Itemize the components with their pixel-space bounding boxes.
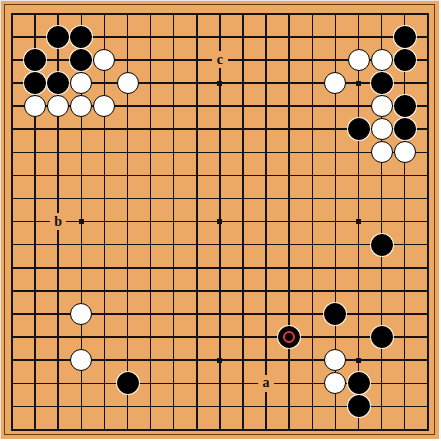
star-point: [79, 219, 84, 224]
black-stone: [24, 49, 46, 71]
black-stone: [47, 26, 69, 48]
white-stone: [24, 95, 46, 117]
white-stone: [324, 349, 346, 371]
white-stone: [47, 95, 69, 117]
white-stone: [371, 95, 393, 117]
black-stone: [371, 72, 393, 94]
white-stone: [70, 349, 92, 371]
star-point: [217, 219, 222, 224]
black-stone: [394, 95, 416, 117]
star-point: [356, 219, 361, 224]
white-stone: [93, 49, 115, 71]
white-stone: [70, 72, 92, 94]
black-stone: [47, 72, 69, 94]
black-stone: [348, 395, 370, 417]
black-stone: [324, 303, 346, 325]
last-move-circle-marker: [283, 331, 295, 343]
star-point: [217, 358, 222, 363]
white-stone: [394, 141, 416, 163]
point-label-c: c: [212, 51, 228, 68]
point-label-a: a: [258, 375, 274, 392]
star-point: [356, 81, 361, 86]
white-stone: [371, 141, 393, 163]
black-stone: [371, 234, 393, 256]
grid-line-h: [11, 244, 429, 246]
grid-line-h: [11, 290, 429, 292]
star-point: [217, 81, 222, 86]
grid-line-v: [404, 13, 406, 431]
point-label-b: b: [50, 213, 66, 230]
grid-line-h: [11, 267, 429, 269]
black-stone: [117, 372, 139, 394]
black-stone: [394, 49, 416, 71]
black-stone: [348, 118, 370, 140]
grid-line-h: [11, 429, 429, 431]
grid-line-v: [312, 13, 314, 431]
grid-line-v: [265, 13, 267, 431]
white-stone: [348, 49, 370, 71]
grid-line-v: [288, 13, 290, 431]
black-stone: [394, 26, 416, 48]
black-stone: [24, 72, 46, 94]
star-point: [356, 358, 361, 363]
black-stone: [70, 26, 92, 48]
go-board-diagram: abc: [0, 0, 441, 441]
black-stone: [348, 372, 370, 394]
white-stone: [117, 72, 139, 94]
white-stone: [371, 118, 393, 140]
white-stone: [371, 49, 393, 71]
grid-line-h: [11, 336, 429, 338]
white-stone: [70, 95, 92, 117]
white-stone: [93, 95, 115, 117]
white-stone: [324, 72, 346, 94]
black-stone: [394, 118, 416, 140]
grid-line-v: [427, 13, 429, 431]
black-stone: [371, 326, 393, 348]
black-stone: [278, 326, 300, 348]
grid-line-v: [242, 13, 244, 431]
white-stone: [70, 303, 92, 325]
white-stone: [324, 372, 346, 394]
black-stone: [70, 49, 92, 71]
